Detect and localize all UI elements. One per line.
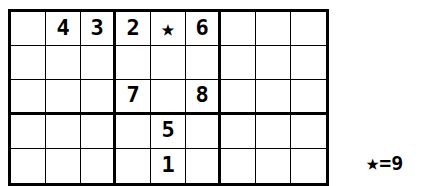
cell-r2c5[interactable] xyxy=(151,46,186,80)
sudoku-board: 432★67851 xyxy=(8,9,329,186)
cell-r2c8[interactable] xyxy=(256,46,291,80)
cell-r3c5[interactable] xyxy=(151,80,186,114)
cell-r4c4[interactable] xyxy=(116,115,151,149)
cell-r1c8[interactable] xyxy=(256,12,291,46)
cell-r4c1[interactable] xyxy=(11,115,46,149)
cell-r1c6[interactable]: 6 xyxy=(186,12,221,46)
cell-r2c9[interactable] xyxy=(291,46,326,80)
cell-r3c1[interactable] xyxy=(11,80,46,114)
cell-r3c4[interactable]: 7 xyxy=(116,80,151,114)
cell-r4c3[interactable] xyxy=(81,115,116,149)
cell-r5c8[interactable] xyxy=(256,149,291,183)
cell-r2c1[interactable] xyxy=(11,46,46,80)
cell-r4c7[interactable] xyxy=(221,115,256,149)
cell-r1c5[interactable]: ★ xyxy=(151,12,186,46)
cell-r1c3[interactable]: 3 xyxy=(81,12,116,46)
cell-r5c5[interactable]: 1 xyxy=(151,149,186,183)
cell-r5c6[interactable] xyxy=(186,149,221,183)
cell-r5c9[interactable] xyxy=(291,149,326,183)
cell-r5c3[interactable] xyxy=(81,149,116,183)
sudoku-diagram: 432★67851 ★=9 xyxy=(0,0,441,186)
cell-r2c6[interactable] xyxy=(186,46,221,80)
cell-r3c8[interactable] xyxy=(256,80,291,114)
cell-r4c8[interactable] xyxy=(256,115,291,149)
star-legend: ★=9 xyxy=(366,150,403,176)
cell-r4c6[interactable] xyxy=(186,115,221,149)
cell-r2c7[interactable] xyxy=(221,46,256,80)
star-legend-value: =9 xyxy=(379,153,403,173)
cell-r1c1[interactable] xyxy=(11,12,46,46)
cell-r5c7[interactable] xyxy=(221,149,256,183)
cell-r2c3[interactable] xyxy=(81,46,116,80)
cell-r1c7[interactable] xyxy=(221,12,256,46)
cell-r3c3[interactable] xyxy=(81,80,116,114)
cell-r4c5[interactable]: 5 xyxy=(151,115,186,149)
cell-r1c9[interactable] xyxy=(291,12,326,46)
cell-r5c4[interactable] xyxy=(116,149,151,183)
cell-r3c6[interactable]: 8 xyxy=(186,80,221,114)
cell-r3c7[interactable] xyxy=(221,80,256,114)
cell-r4c9[interactable] xyxy=(291,115,326,149)
cell-r3c2[interactable] xyxy=(46,80,81,114)
cell-r4c2[interactable] xyxy=(46,115,81,149)
cell-r5c1[interactable] xyxy=(11,149,46,183)
cell-r3c9[interactable] xyxy=(291,80,326,114)
cell-r1c2[interactable]: 4 xyxy=(46,12,81,46)
cell-r2c2[interactable] xyxy=(46,46,81,80)
cell-r1c4[interactable]: 2 xyxy=(116,12,151,46)
cell-r2c4[interactable] xyxy=(116,46,151,80)
cell-r5c2[interactable] xyxy=(46,149,81,183)
star-icon: ★ xyxy=(366,152,379,174)
